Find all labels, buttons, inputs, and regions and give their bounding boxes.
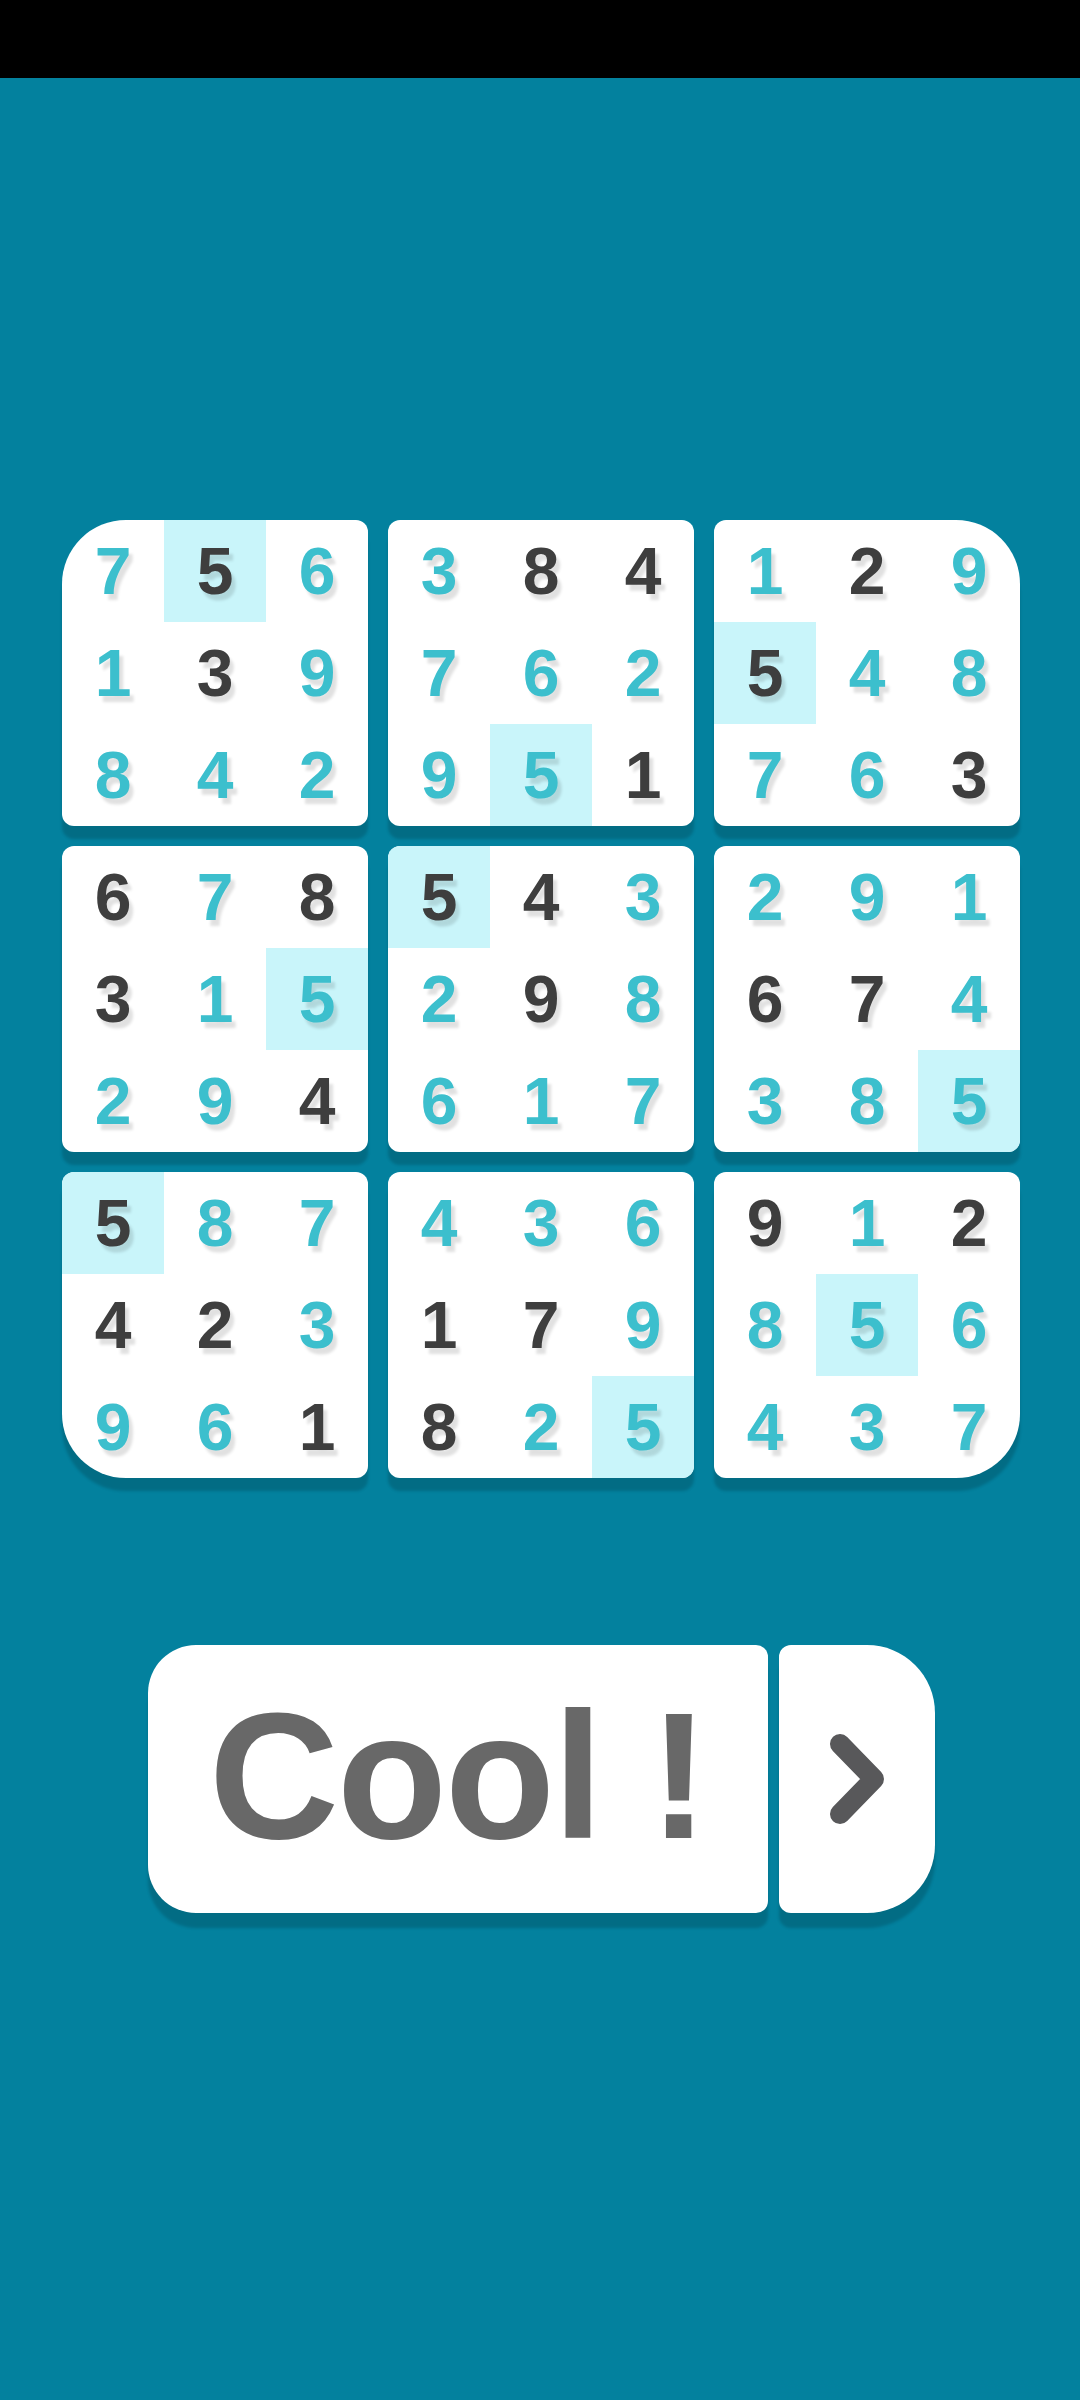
sudoku-cell[interactable]: 8 <box>388 1376 490 1478</box>
sudoku-cell[interactable]: 1 <box>388 1274 490 1376</box>
sudoku-cell[interactable]: 4 <box>714 1376 816 1478</box>
sudoku-cell[interactable]: 4 <box>266 1050 368 1152</box>
sudoku-cell[interactable]: 4 <box>490 846 592 948</box>
sudoku-cell[interactable]: 9 <box>816 846 918 948</box>
sudoku-cell[interactable]: 9 <box>918 520 1020 622</box>
sudoku-cell[interactable]: 8 <box>714 1274 816 1376</box>
chevron-right-icon <box>828 1732 886 1826</box>
sudoku-cell[interactable]: 3 <box>918 724 1020 826</box>
sudoku-cell[interactable]: 1 <box>62 622 164 724</box>
sudoku-cell[interactable]: 7 <box>714 724 816 826</box>
sudoku-cell[interactable]: 7 <box>164 846 266 948</box>
sudoku-cell-highlighted[interactable]: 5 <box>62 1172 164 1274</box>
sudoku-cell[interactable]: 2 <box>714 846 816 948</box>
sudoku-cell-highlighted[interactable]: 5 <box>164 520 266 622</box>
sudoku-cell[interactable]: 7 <box>266 1172 368 1274</box>
sudoku-block-1-2: 291674385 <box>714 846 1020 1152</box>
sudoku-cell[interactable]: 8 <box>266 846 368 948</box>
sudoku-cell[interactable]: 8 <box>918 622 1020 724</box>
sudoku-cell[interactable]: 4 <box>918 948 1020 1050</box>
sudoku-block-0-0: 756139842 <box>62 520 368 826</box>
sudoku-cell[interactable]: 3 <box>164 622 266 724</box>
sudoku-cell-highlighted[interactable]: 5 <box>918 1050 1020 1152</box>
sudoku-cell[interactable]: 1 <box>816 1172 918 1274</box>
sudoku-cell[interactable]: 7 <box>816 948 918 1050</box>
footer-buttons: Cool ! <box>148 1645 935 1913</box>
sudoku-cell[interactable]: 1 <box>490 1050 592 1152</box>
sudoku-cell[interactable]: 9 <box>266 622 368 724</box>
sudoku-cell-highlighted[interactable]: 5 <box>592 1376 694 1478</box>
sudoku-cell[interactable]: 2 <box>490 1376 592 1478</box>
sudoku-cell[interactable]: 9 <box>62 1376 164 1478</box>
sudoku-block-0-2: 129548763 <box>714 520 1020 826</box>
sudoku-cell[interactable]: 7 <box>490 1274 592 1376</box>
sudoku-cell[interactable]: 7 <box>62 520 164 622</box>
sudoku-cell[interactable]: 2 <box>388 948 490 1050</box>
sudoku-cell[interactable]: 1 <box>266 1376 368 1478</box>
sudoku-cell[interactable]: 6 <box>164 1376 266 1478</box>
sudoku-cell[interactable]: 6 <box>388 1050 490 1152</box>
sudoku-cell[interactable]: 6 <box>62 846 164 948</box>
sudoku-cell[interactable]: 4 <box>592 520 694 622</box>
sudoku-cell[interactable]: 9 <box>388 724 490 826</box>
sudoku-cell[interactable]: 8 <box>592 948 694 1050</box>
sudoku-cell[interactable]: 3 <box>388 520 490 622</box>
sudoku-cell[interactable]: 7 <box>592 1050 694 1152</box>
next-button[interactable] <box>779 1645 935 1913</box>
sudoku-cell[interactable]: 1 <box>918 846 1020 948</box>
sudoku-cell[interactable]: 4 <box>62 1274 164 1376</box>
sudoku-cell[interactable]: 2 <box>164 1274 266 1376</box>
sudoku-cell[interactable]: 6 <box>816 724 918 826</box>
sudoku-cell[interactable]: 3 <box>592 846 694 948</box>
sudoku-cell[interactable]: 2 <box>918 1172 1020 1274</box>
sudoku-block-2-2: 912856437 <box>714 1172 1020 1478</box>
sudoku-cell[interactable]: 8 <box>62 724 164 826</box>
status-bar <box>0 0 1080 78</box>
sudoku-cell[interactable]: 6 <box>266 520 368 622</box>
sudoku-cell[interactable]: 3 <box>266 1274 368 1376</box>
sudoku-block-1-1: 543298617 <box>388 846 694 1152</box>
sudoku-cell[interactable]: 7 <box>918 1376 1020 1478</box>
sudoku-cell[interactable]: 8 <box>490 520 592 622</box>
sudoku-cell[interactable]: 2 <box>266 724 368 826</box>
sudoku-cell-highlighted[interactable]: 5 <box>714 622 816 724</box>
sudoku-cell[interactable]: 8 <box>164 1172 266 1274</box>
sudoku-block-2-0: 587423961 <box>62 1172 368 1478</box>
sudoku-cell-highlighted[interactable]: 5 <box>388 846 490 948</box>
sudoku-cell[interactable]: 6 <box>490 622 592 724</box>
sudoku-cell[interactable]: 8 <box>816 1050 918 1152</box>
sudoku-cell[interactable]: 6 <box>592 1172 694 1274</box>
cool-button[interactable]: Cool ! <box>148 1645 768 1913</box>
sudoku-cell[interactable]: 9 <box>714 1172 816 1274</box>
sudoku-cell[interactable]: 1 <box>164 948 266 1050</box>
sudoku-cell[interactable]: 6 <box>918 1274 1020 1376</box>
sudoku-cell[interactable]: 4 <box>816 622 918 724</box>
sudoku-cell[interactable]: 4 <box>388 1172 490 1274</box>
sudoku-cell[interactable]: 6 <box>714 948 816 1050</box>
sudoku-cell[interactable]: 4 <box>164 724 266 826</box>
sudoku-block-2-1: 436179825 <box>388 1172 694 1478</box>
sudoku-cell[interactable]: 1 <box>714 520 816 622</box>
sudoku-cell[interactable]: 7 <box>388 622 490 724</box>
sudoku-cell[interactable]: 9 <box>164 1050 266 1152</box>
sudoku-board: 7561398423847629511295487636783152945432… <box>62 520 1020 1478</box>
sudoku-cell[interactable]: 9 <box>490 948 592 1050</box>
sudoku-cell-highlighted[interactable]: 5 <box>816 1274 918 1376</box>
sudoku-cell[interactable]: 3 <box>490 1172 592 1274</box>
sudoku-block-0-1: 384762951 <box>388 520 694 826</box>
sudoku-block-1-0: 678315294 <box>62 846 368 1152</box>
sudoku-cell[interactable]: 1 <box>592 724 694 826</box>
sudoku-cell[interactable]: 2 <box>816 520 918 622</box>
sudoku-cell[interactable]: 2 <box>592 622 694 724</box>
sudoku-cell[interactable]: 2 <box>62 1050 164 1152</box>
sudoku-cell[interactable]: 3 <box>62 948 164 1050</box>
sudoku-cell-highlighted[interactable]: 5 <box>490 724 592 826</box>
sudoku-cell[interactable]: 3 <box>714 1050 816 1152</box>
sudoku-cell[interactable]: 9 <box>592 1274 694 1376</box>
sudoku-cell-highlighted[interactable]: 5 <box>266 948 368 1050</box>
sudoku-cell[interactable]: 3 <box>816 1376 918 1478</box>
